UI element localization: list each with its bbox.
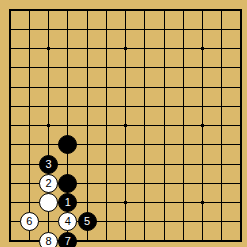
- black-stone-move-7: 7: [58, 232, 77, 247]
- stone-move-number: 7: [65, 236, 71, 247]
- stone-move-number: 3: [45, 159, 51, 170]
- black-stone-move-1: 1: [58, 193, 77, 212]
- stone-move-number: 5: [84, 216, 90, 227]
- black-stone: [58, 174, 77, 193]
- black-stone-move-3: 3: [39, 155, 58, 174]
- go-board-grid: 32164587: [0, 0, 247, 247]
- black-stone-move-5: 5: [78, 212, 97, 231]
- stone-move-number: 6: [26, 216, 32, 227]
- white-stone-move-2: 2: [39, 174, 58, 193]
- go-board-diagram: 32164587: [0, 0, 247, 247]
- stone-move-number: 1: [65, 197, 71, 208]
- white-stone-move-4: 4: [58, 212, 77, 231]
- white-stone-move-6: 6: [20, 212, 39, 231]
- white-stone: [39, 193, 58, 212]
- stone-move-number: 2: [45, 178, 51, 189]
- white-stone-move-8: 8: [39, 232, 58, 247]
- black-stone: [58, 135, 77, 154]
- stone-move-number: 4: [65, 216, 71, 227]
- stone-move-number: 8: [45, 236, 51, 247]
